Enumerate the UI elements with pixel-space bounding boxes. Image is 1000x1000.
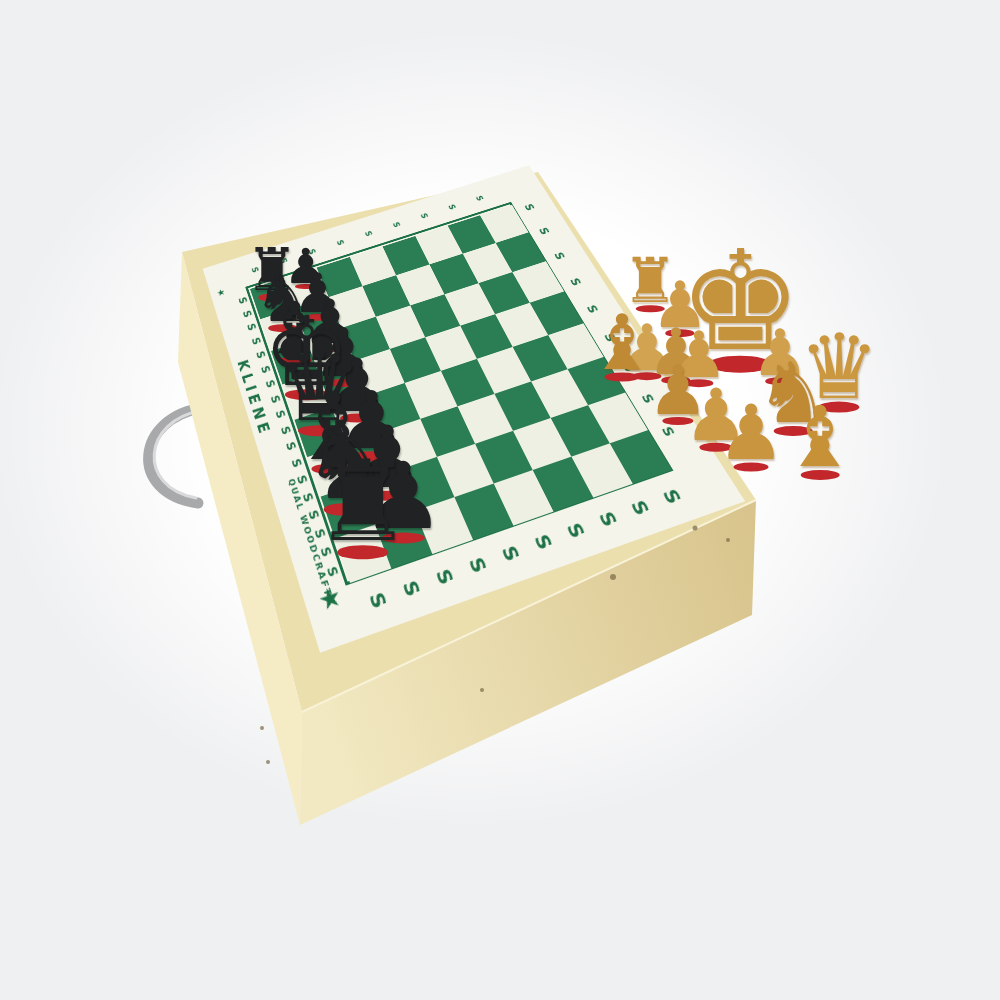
s-ornament: S <box>250 336 262 346</box>
s-ornament: S <box>241 309 253 319</box>
s-ornament: S <box>474 195 484 202</box>
s-ornament: S <box>660 487 684 506</box>
s-ornament: S <box>628 498 652 517</box>
white-bishop-tray-3[interactable]: ♝ <box>588 305 656 381</box>
s-ornament: S <box>400 578 423 598</box>
s-ornament: S <box>335 239 345 246</box>
s-ornament: S <box>499 544 523 564</box>
s-ornament: S <box>433 567 456 587</box>
black-rook-a8[interactable]: ♜ <box>312 446 413 558</box>
s-ornament: S <box>552 251 566 261</box>
white-pawn-tray-11[interactable]: ♟ <box>717 395 785 471</box>
s-ornament: S <box>419 212 429 219</box>
s-ornament: S <box>523 203 537 212</box>
s-ornament: S <box>447 204 457 211</box>
s-ornament: S <box>363 230 373 237</box>
white-bishop-tray-14[interactable]: ♝ <box>782 395 857 479</box>
s-ornament: S <box>564 521 588 540</box>
s-ornament: S <box>466 555 489 575</box>
s-ornament: S <box>537 226 551 236</box>
scene: ★ ★ KLIENE QUAL WOODCRAFT SSSSSSSSSSSSSS… <box>0 0 1000 1000</box>
s-ornament: S <box>366 590 389 611</box>
corner-star-small: ★ <box>216 287 227 297</box>
s-ornament: S <box>531 532 555 552</box>
s-ornament: S <box>391 221 401 228</box>
s-ornament: S <box>596 510 620 529</box>
s-ornament: S <box>568 277 583 287</box>
